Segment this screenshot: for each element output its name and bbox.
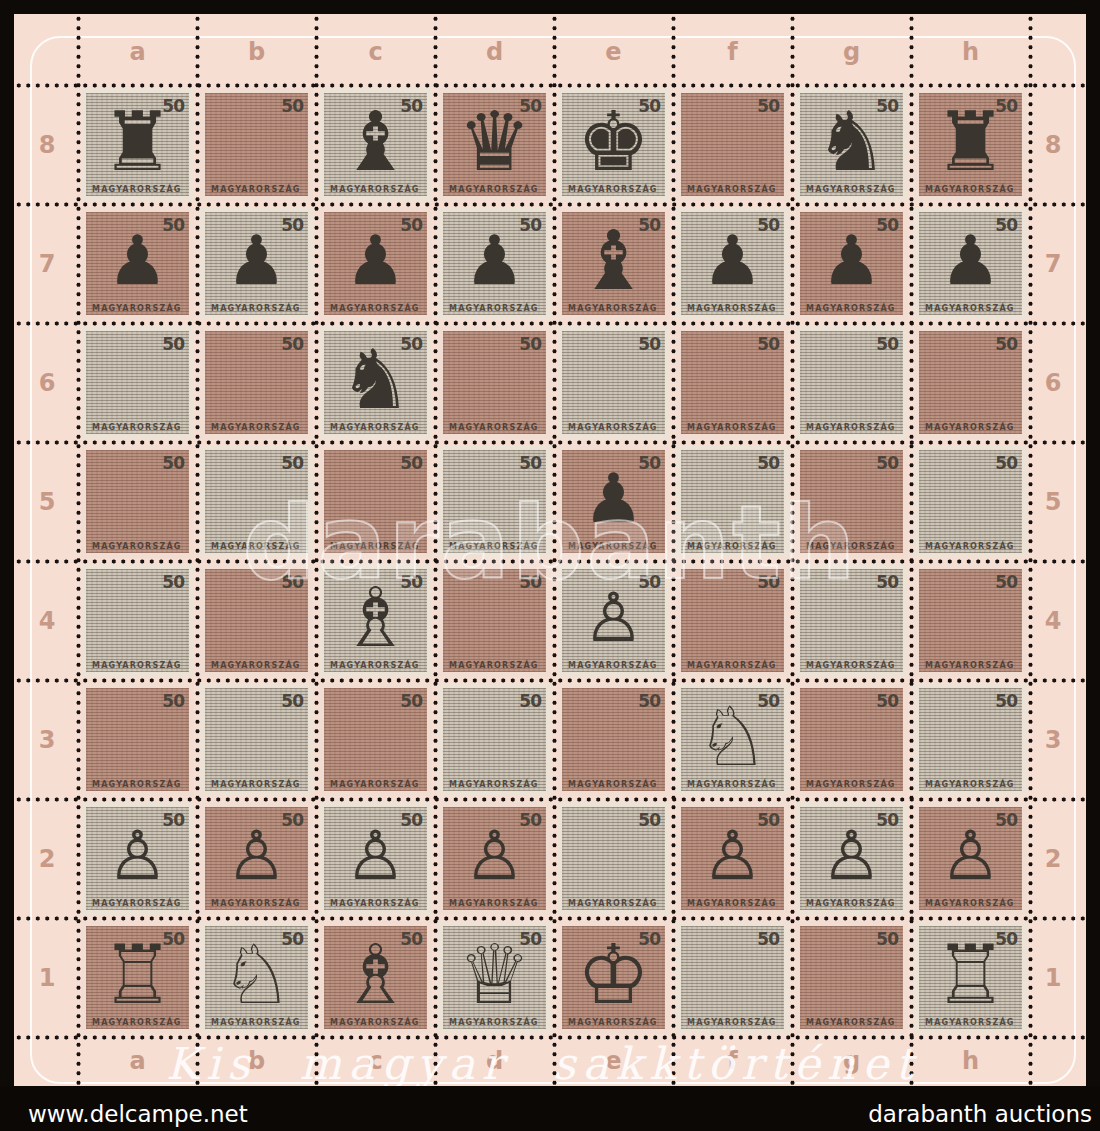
stamp-b1: 50♘MAGYARORSZÁG	[205, 926, 308, 1029]
stamp-a1: 50♖MAGYARORSZÁG	[86, 926, 189, 1029]
square-f5[interactable]: 50MAGYARORSZÁG	[673, 442, 792, 561]
stamp-c5: 50MAGYARORSZÁG	[324, 450, 427, 553]
denomination-label: 50	[876, 572, 898, 592]
country-label: MAGYARORSZÁG	[211, 423, 301, 432]
denomination-label: 50	[519, 453, 541, 473]
file-label-top-d: d	[475, 37, 515, 67]
stamp-g5: 50MAGYARORSZÁG	[800, 450, 903, 553]
black-rook-icon: ♜	[934, 101, 1008, 183]
square-g8[interactable]: 50♞MAGYARORSZÁG	[792, 85, 911, 204]
square-e6[interactable]: 50MAGYARORSZÁG	[554, 323, 673, 442]
darabanth-auctions-link[interactable]: darabanth auctions	[868, 1101, 1092, 1127]
square-a2[interactable]: 50♙MAGYARORSZÁG	[78, 799, 197, 918]
country-label: MAGYARORSZÁG	[925, 1018, 1015, 1027]
country-label: MAGYARORSZÁG	[568, 1018, 658, 1027]
white-rook-icon: ♖	[101, 934, 175, 1016]
file-label-bottom-e: e	[594, 1046, 634, 1076]
black-pawn-icon: ♟	[464, 227, 525, 295]
denomination-label: 50	[400, 691, 422, 711]
white-knight-icon: ♘	[220, 934, 294, 1016]
country-label: MAGYARORSZÁG	[330, 304, 420, 313]
stamp-h7: 50♟MAGYARORSZÁG	[919, 212, 1022, 315]
country-label: MAGYARORSZÁG	[449, 304, 539, 313]
square-e7[interactable]: 50♝MAGYARORSZÁG	[554, 204, 673, 323]
black-queen-icon: ♛	[458, 101, 532, 183]
white-rook-icon: ♖	[934, 934, 1008, 1016]
denomination-label: 50	[162, 691, 184, 711]
rank-label-right-2: 2	[1033, 844, 1073, 874]
country-label: MAGYARORSZÁG	[568, 899, 658, 908]
square-e3[interactable]: 50MAGYARORSZÁG	[554, 680, 673, 799]
country-label: MAGYARORSZÁG	[568, 661, 658, 670]
country-label: MAGYARORSZÁG	[568, 304, 658, 313]
file-label-bottom-d: d	[475, 1046, 515, 1076]
stamp-f3: 50♘MAGYARORSZÁG	[681, 688, 784, 791]
delcampe-link[interactable]: www.delcampe.net	[28, 1101, 248, 1127]
white-queen-icon: ♕	[458, 934, 532, 1016]
square-b6[interactable]: 50MAGYARORSZÁG	[197, 323, 316, 442]
file-label-top-e: e	[594, 37, 634, 67]
denomination-label: 50	[519, 572, 541, 592]
stamp-g1: 50MAGYARORSZÁG	[800, 926, 903, 1029]
stamp-c3: 50MAGYARORSZÁG	[324, 688, 427, 791]
rank-label-left-5: 5	[27, 487, 67, 517]
rank-label-right-1: 1	[1033, 963, 1073, 993]
denomination-label: 50	[162, 572, 184, 592]
denomination-label: 50	[281, 691, 303, 711]
square-d1[interactable]: 50♕MAGYARORSZÁG	[435, 918, 554, 1037]
square-g6[interactable]: 50MAGYARORSZÁG	[792, 323, 911, 442]
square-a7[interactable]: 50♟MAGYARORSZÁG	[78, 204, 197, 323]
square-h4[interactable]: 50MAGYARORSZÁG	[911, 561, 1030, 680]
denomination-label: 50	[162, 453, 184, 473]
square-c8[interactable]: 50♝MAGYARORSZÁG	[316, 85, 435, 204]
square-c4[interactable]: 50♗MAGYARORSZÁG	[316, 561, 435, 680]
file-label-top-f: f	[713, 37, 753, 67]
square-f1[interactable]: 50MAGYARORSZÁG	[673, 918, 792, 1037]
square-d2[interactable]: 50♙MAGYARORSZÁG	[435, 799, 554, 918]
stamp-b8: 50MAGYARORSZÁG	[205, 93, 308, 196]
square-c7[interactable]: 50♟MAGYARORSZÁG	[316, 204, 435, 323]
square-a5[interactable]: 50MAGYARORSZÁG	[78, 442, 197, 561]
country-label: MAGYARORSZÁG	[92, 661, 182, 670]
country-label: MAGYARORSZÁG	[806, 423, 896, 432]
stamp-c2: 50♙MAGYARORSZÁG	[324, 807, 427, 910]
stamp-f2: 50♙MAGYARORSZÁG	[681, 807, 784, 910]
white-bishop-icon: ♗	[339, 577, 413, 659]
square-e4[interactable]: 50♙MAGYARORSZÁG	[554, 561, 673, 680]
square-c1[interactable]: 50♗MAGYARORSZÁG	[316, 918, 435, 1037]
stamp-g4: 50MAGYARORSZÁG	[800, 569, 903, 672]
square-h7[interactable]: 50♟MAGYARORSZÁG	[911, 204, 1030, 323]
country-label: MAGYARORSZÁG	[449, 542, 539, 551]
stamp-g7: 50♟MAGYARORSZÁG	[800, 212, 903, 315]
square-f8[interactable]: 50MAGYARORSZÁG	[673, 85, 792, 204]
white-pawn-icon: ♙	[583, 584, 644, 652]
stamp-h4: 50MAGYARORSZÁG	[919, 569, 1022, 672]
square-g5[interactable]: 50MAGYARORSZÁG	[792, 442, 911, 561]
denomination-label: 50	[995, 691, 1017, 711]
stamp-d5: 50MAGYARORSZÁG	[443, 450, 546, 553]
rank-label-right-5: 5	[1033, 487, 1073, 517]
stamp-h6: 50MAGYARORSZÁG	[919, 331, 1022, 434]
rank-label-right-4: 4	[1033, 606, 1073, 636]
file-label-top-a: a	[118, 37, 158, 67]
square-c2[interactable]: 50♙MAGYARORSZÁG	[316, 799, 435, 918]
country-label: MAGYARORSZÁG	[687, 304, 777, 313]
stamp-d7: 50♟MAGYARORSZÁG	[443, 212, 546, 315]
white-king-icon: ♔	[577, 934, 651, 1016]
country-label: MAGYARORSZÁG	[449, 1018, 539, 1027]
denomination-label: 50	[757, 453, 779, 473]
white-pawn-icon: ♙	[702, 822, 763, 890]
file-label-bottom-g: g	[832, 1046, 872, 1076]
square-f3[interactable]: 50♘MAGYARORSZÁG	[673, 680, 792, 799]
country-label: MAGYARORSZÁG	[806, 899, 896, 908]
square-a8[interactable]: 50♜MAGYARORSZÁG	[78, 85, 197, 204]
denomination-label: 50	[995, 572, 1017, 592]
stamp-a7: 50♟MAGYARORSZÁG	[86, 212, 189, 315]
stamp-g3: 50MAGYARORSZÁG	[800, 688, 903, 791]
country-label: MAGYARORSZÁG	[925, 661, 1015, 670]
country-label: MAGYARORSZÁG	[211, 304, 301, 313]
black-pawn-icon: ♟	[583, 465, 644, 533]
denomination-label: 50	[757, 334, 779, 354]
country-label: MAGYARORSZÁG	[806, 304, 896, 313]
square-b2[interactable]: 50♙MAGYARORSZÁG	[197, 799, 316, 918]
white-pawn-icon: ♙	[345, 822, 406, 890]
country-label: MAGYARORSZÁG	[806, 185, 896, 194]
black-bishop-icon: ♝	[577, 220, 651, 302]
denomination-label: 50	[876, 453, 898, 473]
stamp-a5: 50MAGYARORSZÁG	[86, 450, 189, 553]
stamp-h1: 50♖MAGYARORSZÁG	[919, 926, 1022, 1029]
stamp-d3: 50MAGYARORSZÁG	[443, 688, 546, 791]
country-label: MAGYARORSZÁG	[925, 780, 1015, 789]
stamp-d6: 50MAGYARORSZÁG	[443, 331, 546, 434]
square-e5[interactable]: 50♟MAGYARORSZÁG	[554, 442, 673, 561]
denomination-label: 50	[162, 334, 184, 354]
square-h1[interactable]: 50♖MAGYARORSZÁG	[911, 918, 1030, 1037]
country-label: MAGYARORSZÁG	[687, 542, 777, 551]
stamp-e3: 50MAGYARORSZÁG	[562, 688, 665, 791]
country-label: MAGYARORSZÁG	[806, 1018, 896, 1027]
file-label-top-g: g	[832, 37, 872, 67]
stamp-sheet-photo: aabbccddeeffgghh8877665544332211 50♜MAGY…	[0, 0, 1100, 1131]
black-rook-icon: ♜	[101, 101, 175, 183]
stamp-c7: 50♟MAGYARORSZÁG	[324, 212, 427, 315]
black-knight-icon: ♞	[339, 339, 413, 421]
stamp-b5: 50MAGYARORSZÁG	[205, 450, 308, 553]
country-label: MAGYARORSZÁG	[211, 185, 301, 194]
country-label: MAGYARORSZÁG	[925, 423, 1015, 432]
country-label: MAGYARORSZÁG	[925, 542, 1015, 551]
country-label: MAGYARORSZÁG	[925, 899, 1015, 908]
country-label: MAGYARORSZÁG	[330, 780, 420, 789]
stamp-f7: 50♟MAGYARORSZÁG	[681, 212, 784, 315]
stamp-a4: 50MAGYARORSZÁG	[86, 569, 189, 672]
white-pawn-icon: ♙	[940, 822, 1001, 890]
black-knight-icon: ♞	[815, 101, 889, 183]
stamp-f8: 50MAGYARORSZÁG	[681, 93, 784, 196]
square-h8[interactable]: 50♜MAGYARORSZÁG	[911, 85, 1030, 204]
white-pawn-icon: ♙	[464, 822, 525, 890]
country-label: MAGYARORSZÁG	[925, 185, 1015, 194]
square-a1[interactable]: 50♖MAGYARORSZÁG	[78, 918, 197, 1037]
square-e8[interactable]: 50♚MAGYARORSZÁG	[554, 85, 673, 204]
rank-label-left-3: 3	[27, 725, 67, 755]
black-pawn-icon: ♟	[702, 227, 763, 295]
country-label: MAGYARORSZÁG	[330, 1018, 420, 1027]
file-label-bottom-b: b	[237, 1046, 277, 1076]
square-a3[interactable]: 50MAGYARORSZÁG	[78, 680, 197, 799]
square-f2[interactable]: 50♙MAGYARORSZÁG	[673, 799, 792, 918]
country-label: MAGYARORSZÁG	[211, 1018, 301, 1027]
stamp-b2: 50♙MAGYARORSZÁG	[205, 807, 308, 910]
file-label-top-b: b	[237, 37, 277, 67]
stamp-e7: 50♝MAGYARORSZÁG	[562, 212, 665, 315]
stamp-h5: 50MAGYARORSZÁG	[919, 450, 1022, 553]
stamp-d8: 50♛MAGYARORSZÁG	[443, 93, 546, 196]
denomination-label: 50	[876, 334, 898, 354]
square-d6[interactable]: 50MAGYARORSZÁG	[435, 323, 554, 442]
black-pawn-icon: ♟	[940, 227, 1001, 295]
square-h5[interactable]: 50MAGYARORSZÁG	[911, 442, 1030, 561]
file-label-bottom-h: h	[951, 1046, 991, 1076]
stamp-b4: 50MAGYARORSZÁG	[205, 569, 308, 672]
rank-label-left-7: 7	[27, 249, 67, 279]
stamp-e6: 50MAGYARORSZÁG	[562, 331, 665, 434]
country-label: MAGYARORSZÁG	[687, 185, 777, 194]
rank-label-left-6: 6	[27, 368, 67, 398]
country-label: MAGYARORSZÁG	[92, 780, 182, 789]
white-knight-icon: ♘	[696, 696, 770, 778]
stamp-c1: 50♗MAGYARORSZÁG	[324, 926, 427, 1029]
black-king-icon: ♚	[577, 101, 651, 183]
denomination-label: 50	[757, 929, 779, 949]
country-label: MAGYARORSZÁG	[806, 542, 896, 551]
country-label: MAGYARORSZÁG	[687, 423, 777, 432]
country-label: MAGYARORSZÁG	[449, 780, 539, 789]
square-d7[interactable]: 50♟MAGYARORSZÁG	[435, 204, 554, 323]
stamp-b6: 50MAGYARORSZÁG	[205, 331, 308, 434]
stamp-b7: 50♟MAGYARORSZÁG	[205, 212, 308, 315]
stamp-e2: 50MAGYARORSZÁG	[562, 807, 665, 910]
stamp-b3: 50MAGYARORSZÁG	[205, 688, 308, 791]
square-f6[interactable]: 50MAGYARORSZÁG	[673, 323, 792, 442]
denomination-label: 50	[638, 334, 660, 354]
country-label: MAGYARORSZÁG	[92, 304, 182, 313]
country-label: MAGYARORSZÁG	[330, 542, 420, 551]
country-label: MAGYARORSZÁG	[211, 780, 301, 789]
stamp-d1: 50♕MAGYARORSZÁG	[443, 926, 546, 1029]
country-label: MAGYARORSZÁG	[449, 899, 539, 908]
country-label: MAGYARORSZÁG	[568, 780, 658, 789]
stamp-g2: 50♙MAGYARORSZÁG	[800, 807, 903, 910]
stamp-a2: 50♙MAGYARORSZÁG	[86, 807, 189, 910]
stamp-a8: 50♜MAGYARORSZÁG	[86, 93, 189, 196]
stamp-g8: 50♞MAGYARORSZÁG	[800, 93, 903, 196]
stamp-a3: 50MAGYARORSZÁG	[86, 688, 189, 791]
country-label: MAGYARORSZÁG	[330, 661, 420, 670]
white-pawn-icon: ♙	[107, 822, 168, 890]
denomination-label: 50	[281, 334, 303, 354]
square-b5[interactable]: 50MAGYARORSZÁG	[197, 442, 316, 561]
stamp-e8: 50♚MAGYARORSZÁG	[562, 93, 665, 196]
country-label: MAGYARORSZÁG	[568, 423, 658, 432]
country-label: MAGYARORSZÁG	[806, 661, 896, 670]
square-d3[interactable]: 50MAGYARORSZÁG	[435, 680, 554, 799]
stamp-e1: 50♔MAGYARORSZÁG	[562, 926, 665, 1029]
country-label: MAGYARORSZÁG	[806, 780, 896, 789]
square-g2[interactable]: 50♙MAGYARORSZÁG	[792, 799, 911, 918]
country-label: MAGYARORSZÁG	[92, 1018, 182, 1027]
file-label-top-c: c	[356, 37, 396, 67]
country-label: MAGYARORSZÁG	[92, 423, 182, 432]
denomination-label: 50	[281, 96, 303, 116]
square-g3[interactable]: 50MAGYARORSZÁG	[792, 680, 911, 799]
square-d8[interactable]: 50♛MAGYARORSZÁG	[435, 85, 554, 204]
stamp-c6: 50♞MAGYARORSZÁG	[324, 331, 427, 434]
square-b8[interactable]: 50MAGYARORSZÁG	[197, 85, 316, 204]
stamp-h2: 50♙MAGYARORSZÁG	[919, 807, 1022, 910]
white-bishop-icon: ♗	[339, 934, 413, 1016]
stamp-h3: 50MAGYARORSZÁG	[919, 688, 1022, 791]
stamp-c8: 50♝MAGYARORSZÁG	[324, 93, 427, 196]
country-label: MAGYARORSZÁG	[211, 661, 301, 670]
square-a4[interactable]: 50MAGYARORSZÁG	[78, 561, 197, 680]
denomination-label: 50	[995, 334, 1017, 354]
stamp-f5: 50MAGYARORSZÁG	[681, 450, 784, 553]
square-c3[interactable]: 50MAGYARORSZÁG	[316, 680, 435, 799]
stamp-f6: 50MAGYARORSZÁG	[681, 331, 784, 434]
square-h2[interactable]: 50♙MAGYARORSZÁG	[911, 799, 1030, 918]
square-a6[interactable]: 50MAGYARORSZÁG	[78, 323, 197, 442]
black-pawn-icon: ♟	[821, 227, 882, 295]
denomination-label: 50	[757, 96, 779, 116]
white-pawn-icon: ♙	[226, 822, 287, 890]
square-f7[interactable]: 50♟MAGYARORSZÁG	[673, 204, 792, 323]
stamp-g6: 50MAGYARORSZÁG	[800, 331, 903, 434]
chess-board: 50♜MAGYARORSZÁG50MAGYARORSZÁG50♝MAGYAROR…	[78, 85, 1030, 1037]
square-d5[interactable]: 50MAGYARORSZÁG	[435, 442, 554, 561]
country-label: MAGYARORSZÁG	[568, 185, 658, 194]
stamp-h8: 50♜MAGYARORSZÁG	[919, 93, 1022, 196]
stamp-e4: 50♙MAGYARORSZÁG	[562, 569, 665, 672]
stamp-f1: 50MAGYARORSZÁG	[681, 926, 784, 1029]
stamp-d4: 50MAGYARORSZÁG	[443, 569, 546, 672]
country-label: MAGYARORSZÁG	[449, 423, 539, 432]
file-label-bottom-a: a	[118, 1046, 158, 1076]
denomination-label: 50	[638, 691, 660, 711]
square-e2[interactable]: 50MAGYARORSZÁG	[554, 799, 673, 918]
country-label: MAGYARORSZÁG	[92, 542, 182, 551]
square-b3[interactable]: 50MAGYARORSZÁG	[197, 680, 316, 799]
stamp-e5: 50♟MAGYARORSZÁG	[562, 450, 665, 553]
stamp-c4: 50♗MAGYARORSZÁG	[324, 569, 427, 672]
rank-label-left-1: 1	[27, 963, 67, 993]
auction-banner: www.delcampe.net darabanth auctions	[0, 1086, 1100, 1131]
white-pawn-icon: ♙	[821, 822, 882, 890]
file-label-top-h: h	[951, 37, 991, 67]
black-bishop-icon: ♝	[339, 101, 413, 183]
country-label: MAGYARORSZÁG	[330, 899, 420, 908]
denomination-label: 50	[400, 453, 422, 473]
file-label-bottom-f: f	[713, 1046, 753, 1076]
black-pawn-icon: ♟	[345, 227, 406, 295]
square-f4[interactable]: 50MAGYARORSZÁG	[673, 561, 792, 680]
country-label: MAGYARORSZÁG	[449, 661, 539, 670]
square-b7[interactable]: 50♟MAGYARORSZÁG	[197, 204, 316, 323]
country-label: MAGYARORSZÁG	[330, 423, 420, 432]
square-b1[interactable]: 50♘MAGYARORSZÁG	[197, 918, 316, 1037]
rank-label-right-8: 8	[1033, 130, 1073, 160]
square-g4[interactable]: 50MAGYARORSZÁG	[792, 561, 911, 680]
black-pawn-icon: ♟	[107, 227, 168, 295]
denomination-label: 50	[757, 572, 779, 592]
square-g7[interactable]: 50♟MAGYARORSZÁG	[792, 204, 911, 323]
square-e1[interactable]: 50♔MAGYARORSZÁG	[554, 918, 673, 1037]
rank-label-right-7: 7	[1033, 249, 1073, 279]
rank-label-left-4: 4	[27, 606, 67, 636]
stamp-f4: 50MAGYARORSZÁG	[681, 569, 784, 672]
rank-label-right-6: 6	[1033, 368, 1073, 398]
denomination-label: 50	[876, 691, 898, 711]
country-label: MAGYARORSZÁG	[687, 661, 777, 670]
country-label: MAGYARORSZÁG	[330, 185, 420, 194]
denomination-label: 50	[995, 453, 1017, 473]
country-label: MAGYARORSZÁG	[925, 304, 1015, 313]
rank-label-left-8: 8	[27, 130, 67, 160]
rank-label-right-3: 3	[1033, 725, 1073, 755]
country-label: MAGYARORSZÁG	[92, 899, 182, 908]
country-label: MAGYARORSZÁG	[211, 899, 301, 908]
square-c6[interactable]: 50♞MAGYARORSZÁG	[316, 323, 435, 442]
square-d4[interactable]: 50MAGYARORSZÁG	[435, 561, 554, 680]
rank-label-left-2: 2	[27, 844, 67, 874]
stamp-d2: 50♙MAGYARORSZÁG	[443, 807, 546, 910]
stamp-a6: 50MAGYARORSZÁG	[86, 331, 189, 434]
denomination-label: 50	[281, 453, 303, 473]
square-h6[interactable]: 50MAGYARORSZÁG	[911, 323, 1030, 442]
country-label: MAGYARORSZÁG	[92, 185, 182, 194]
denomination-label: 50	[519, 691, 541, 711]
denomination-label: 50	[638, 810, 660, 830]
square-g1[interactable]: 50MAGYARORSZÁG	[792, 918, 911, 1037]
denomination-label: 50	[281, 572, 303, 592]
country-label: MAGYARORSZÁG	[687, 1018, 777, 1027]
square-b4[interactable]: 50MAGYARORSZÁG	[197, 561, 316, 680]
country-label: MAGYARORSZÁG	[568, 542, 658, 551]
square-h3[interactable]: 50MAGYARORSZÁG	[911, 680, 1030, 799]
denomination-label: 50	[876, 929, 898, 949]
country-label: MAGYARORSZÁG	[687, 780, 777, 789]
square-c5[interactable]: 50MAGYARORSZÁG	[316, 442, 435, 561]
country-label: MAGYARORSZÁG	[687, 899, 777, 908]
country-label: MAGYARORSZÁG	[211, 542, 301, 551]
denomination-label: 50	[519, 334, 541, 354]
black-pawn-icon: ♟	[226, 227, 287, 295]
file-label-bottom-c: c	[356, 1046, 396, 1076]
country-label: MAGYARORSZÁG	[449, 185, 539, 194]
